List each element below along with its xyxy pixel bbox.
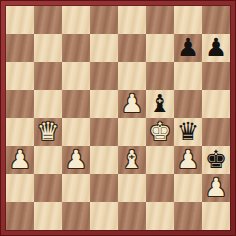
square-a7[interactable] [6, 34, 34, 62]
square-a2[interactable] [6, 174, 34, 202]
square-b6[interactable] [34, 62, 62, 90]
square-b2[interactable] [34, 174, 62, 202]
square-d5[interactable] [90, 90, 118, 118]
square-e7[interactable] [118, 34, 146, 62]
square-h1[interactable] [202, 202, 230, 230]
square-e1[interactable] [118, 202, 146, 230]
piece-white-pawn-e5[interactable]: ♟ [121, 91, 143, 116]
square-h3[interactable]: ♚ [202, 146, 230, 174]
square-e6[interactable] [118, 62, 146, 90]
square-c1[interactable] [62, 202, 90, 230]
square-e2[interactable] [118, 174, 146, 202]
square-e8[interactable] [118, 6, 146, 34]
piece-black-king-h3[interactable]: ♚ [205, 147, 227, 172]
square-c8[interactable] [62, 6, 90, 34]
square-h7[interactable]: ♟ [202, 34, 230, 62]
piece-black-queen-g4[interactable]: ♛ [177, 119, 199, 144]
square-c2[interactable] [62, 174, 90, 202]
square-g6[interactable] [174, 62, 202, 90]
piece-white-pawn-g3[interactable]: ♟ [177, 147, 199, 172]
square-f7[interactable] [146, 34, 174, 62]
square-a1[interactable] [6, 202, 34, 230]
square-a6[interactable] [6, 62, 34, 90]
square-g2[interactable] [174, 174, 202, 202]
square-f8[interactable] [146, 6, 174, 34]
square-a3[interactable]: ♟ [6, 146, 34, 174]
square-h8[interactable] [202, 6, 230, 34]
square-d4[interactable] [90, 118, 118, 146]
square-c5[interactable] [62, 90, 90, 118]
square-b1[interactable] [34, 202, 62, 230]
square-d6[interactable] [90, 62, 118, 90]
square-h6[interactable] [202, 62, 230, 90]
square-a5[interactable] [6, 90, 34, 118]
square-d3[interactable] [90, 146, 118, 174]
square-b7[interactable] [34, 34, 62, 62]
square-g7[interactable]: ♟ [174, 34, 202, 62]
square-b5[interactable] [34, 90, 62, 118]
piece-white-queen-b4[interactable]: ♛ [37, 119, 59, 144]
square-h4[interactable] [202, 118, 230, 146]
piece-white-king-f4[interactable]: ♚ [149, 119, 171, 144]
square-g1[interactable] [174, 202, 202, 230]
square-h2[interactable]: ♟ [202, 174, 230, 202]
square-f6[interactable] [146, 62, 174, 90]
square-f3[interactable] [146, 146, 174, 174]
square-g3[interactable]: ♟ [174, 146, 202, 174]
square-f4[interactable]: ♚ [146, 118, 174, 146]
square-b8[interactable] [34, 6, 62, 34]
chess-board-frame: ♟♟♟♝♛♚♛♟♟♝♟♚♟ [0, 0, 236, 236]
square-b3[interactable] [34, 146, 62, 174]
square-g4[interactable]: ♛ [174, 118, 202, 146]
chess-board: ♟♟♟♝♛♚♛♟♟♝♟♚♟ [6, 6, 230, 230]
piece-black-pawn-h7[interactable]: ♟ [205, 35, 227, 60]
square-d7[interactable] [90, 34, 118, 62]
piece-white-pawn-h2[interactable]: ♟ [205, 175, 227, 200]
square-g5[interactable] [174, 90, 202, 118]
square-c3[interactable]: ♟ [62, 146, 90, 174]
square-f1[interactable] [146, 202, 174, 230]
square-c4[interactable] [62, 118, 90, 146]
square-h5[interactable] [202, 90, 230, 118]
square-b4[interactable]: ♛ [34, 118, 62, 146]
piece-black-pawn-g7[interactable]: ♟ [177, 35, 199, 60]
square-c6[interactable] [62, 62, 90, 90]
chess-diagram: ♟♟♟♝♛♚♛♟♟♝♟♚♟ [0, 0, 236, 236]
square-e5[interactable]: ♟ [118, 90, 146, 118]
square-g8[interactable] [174, 6, 202, 34]
square-d1[interactable] [90, 202, 118, 230]
square-a8[interactable] [6, 6, 34, 34]
square-c7[interactable] [62, 34, 90, 62]
piece-black-bishop-f5[interactable]: ♝ [149, 91, 171, 116]
square-d8[interactable] [90, 6, 118, 34]
piece-white-pawn-a3[interactable]: ♟ [9, 147, 31, 172]
square-d2[interactable] [90, 174, 118, 202]
square-a4[interactable] [6, 118, 34, 146]
square-e3[interactable]: ♝ [118, 146, 146, 174]
piece-white-bishop-e3[interactable]: ♝ [121, 147, 143, 172]
piece-white-pawn-c3[interactable]: ♟ [65, 147, 87, 172]
square-f5[interactable]: ♝ [146, 90, 174, 118]
square-f2[interactable] [146, 174, 174, 202]
square-e4[interactable] [118, 118, 146, 146]
